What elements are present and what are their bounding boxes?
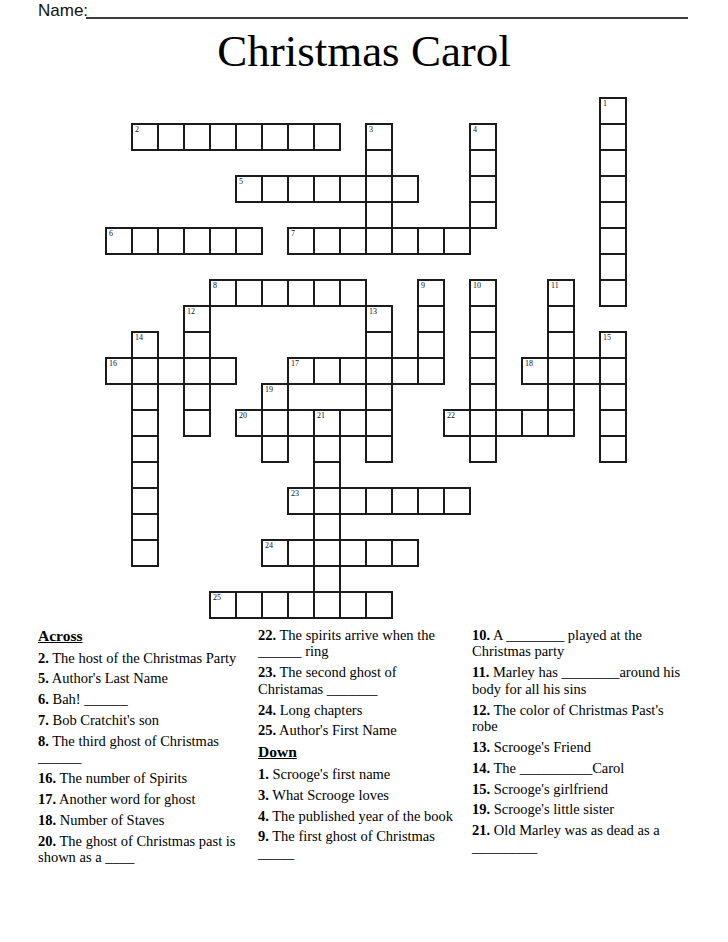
grid-cell[interactable] bbox=[391, 539, 419, 567]
grid-cell[interactable] bbox=[469, 331, 497, 359]
grid-cell[interactable] bbox=[599, 383, 627, 411]
grid-cell[interactable]: 19 bbox=[261, 383, 289, 411]
clue: 1. Scrooge's first name bbox=[258, 766, 463, 782]
grid-cell[interactable] bbox=[131, 539, 159, 567]
grid-cell[interactable] bbox=[313, 565, 341, 593]
clue: 2. The host of the Christmas Party bbox=[38, 650, 264, 666]
clue: 22. The spirits arrive when the ______ r… bbox=[258, 627, 463, 660]
clue-number: 13 bbox=[369, 307, 377, 317]
grid-cell[interactable] bbox=[417, 487, 445, 515]
crossword-grid: 1234567891011121314151617181920212223242… bbox=[105, 97, 629, 621]
clue-number: 18 bbox=[525, 359, 533, 369]
name-label: Name: bbox=[38, 1, 88, 21]
grid-cell[interactable] bbox=[157, 227, 185, 255]
grid-cell[interactable] bbox=[261, 435, 289, 463]
grid-cell[interactable] bbox=[339, 591, 367, 619]
grid-cell[interactable] bbox=[599, 201, 627, 229]
grid-cell[interactable] bbox=[365, 487, 393, 515]
grid-cell[interactable] bbox=[365, 227, 393, 255]
grid-cell[interactable] bbox=[339, 487, 367, 515]
grid-cell[interactable] bbox=[183, 123, 211, 151]
grid-cell[interactable] bbox=[131, 461, 159, 489]
clue-number: 3 bbox=[369, 125, 373, 135]
clue-number: 5 bbox=[239, 177, 243, 187]
clue-number: 6 bbox=[109, 229, 113, 239]
grid-cell[interactable] bbox=[417, 357, 445, 385]
grid-cell[interactable] bbox=[287, 175, 315, 203]
grid-cell[interactable]: 16 bbox=[105, 357, 133, 385]
clue-number: 12 bbox=[187, 307, 195, 317]
grid-cell[interactable] bbox=[365, 539, 393, 567]
page-title: Christmas Carol bbox=[0, 25, 728, 77]
grid-cell[interactable] bbox=[183, 409, 211, 437]
grid-cell[interactable] bbox=[313, 591, 341, 619]
clue: 12. The color of Christmas Past's robe bbox=[472, 702, 690, 735]
clue-number: 16 bbox=[109, 359, 117, 369]
grid-cell[interactable] bbox=[417, 227, 445, 255]
clue: 8. The third ghost of Christmas ______ bbox=[38, 733, 264, 766]
clue: 5. Author's Last Name bbox=[38, 670, 264, 686]
clue-number: 20 bbox=[239, 411, 247, 421]
grid-cell[interactable] bbox=[599, 123, 627, 151]
grid-cell[interactable] bbox=[313, 357, 341, 385]
grid-cell[interactable] bbox=[131, 487, 159, 515]
grid-cell[interactable] bbox=[209, 227, 237, 255]
grid-cell[interactable] bbox=[443, 487, 471, 515]
grid-cell[interactable]: 25 bbox=[209, 591, 237, 619]
clue: 19. Scrooge's little sister bbox=[472, 801, 690, 817]
grid-cell[interactable] bbox=[599, 435, 627, 463]
grid-cell[interactable] bbox=[157, 357, 185, 385]
clue-number: 25 bbox=[213, 593, 221, 603]
grid-cell[interactable] bbox=[469, 383, 497, 411]
grid-cell[interactable] bbox=[209, 357, 237, 385]
grid-cell[interactable] bbox=[417, 331, 445, 359]
grid-cell[interactable] bbox=[287, 539, 315, 567]
clue-number: 7 bbox=[291, 229, 295, 239]
grid-cell[interactable] bbox=[183, 331, 211, 359]
grid-cell[interactable] bbox=[287, 409, 315, 437]
clue-number: 23 bbox=[291, 489, 299, 499]
grid-cell[interactable] bbox=[313, 461, 341, 489]
grid-cell[interactable]: 18 bbox=[521, 357, 549, 385]
grid-cell[interactable] bbox=[365, 591, 393, 619]
clue: 23. The second ghost of Christamas _____… bbox=[258, 664, 463, 697]
grid-cell[interactable] bbox=[365, 409, 393, 437]
grid-cell[interactable]: 6 bbox=[105, 227, 133, 255]
grid-cell[interactable] bbox=[469, 435, 497, 463]
grid-cell[interactable] bbox=[365, 435, 393, 463]
grid-cell[interactable] bbox=[521, 409, 549, 437]
grid-cell[interactable] bbox=[313, 227, 341, 255]
grid-cell[interactable] bbox=[313, 435, 341, 463]
grid-cell[interactable]: 10 bbox=[469, 279, 497, 307]
grid-cell[interactable] bbox=[235, 227, 263, 255]
clue: 7. Bob Cratchit's son bbox=[38, 712, 264, 728]
grid-cell[interactable]: 15 bbox=[599, 331, 627, 359]
grid-cell[interactable]: 23 bbox=[287, 487, 315, 515]
clue-number: 15 bbox=[603, 333, 611, 343]
clue: 20. The ghost of Christmas past is shown… bbox=[38, 833, 264, 866]
grid-cell[interactable]: 21 bbox=[313, 409, 341, 437]
grid-cell[interactable] bbox=[469, 201, 497, 229]
grid-cell[interactable] bbox=[131, 409, 159, 437]
grid-cell[interactable]: 3 bbox=[365, 123, 393, 151]
grid-cell[interactable] bbox=[183, 383, 211, 411]
clue-number: 14 bbox=[135, 333, 143, 343]
grid-cell[interactable] bbox=[183, 227, 211, 255]
clue-number: 1 bbox=[603, 99, 607, 109]
clue: 18. Number of Staves bbox=[38, 812, 264, 828]
grid-cell[interactable] bbox=[235, 591, 263, 619]
grid-cell[interactable] bbox=[391, 227, 419, 255]
clue: 21. Old Marley was as dead as a ________… bbox=[472, 822, 690, 855]
grid-cell[interactable] bbox=[313, 487, 341, 515]
grid-cell[interactable] bbox=[131, 357, 159, 385]
clue: 14. The __________Carol bbox=[472, 760, 690, 776]
grid-cell[interactable] bbox=[131, 435, 159, 463]
grid-cell[interactable]: 7 bbox=[287, 227, 315, 255]
grid-cell[interactable] bbox=[365, 201, 393, 229]
grid-cell[interactable]: 12 bbox=[183, 305, 211, 333]
grid-cell[interactable] bbox=[547, 409, 575, 437]
grid-cell[interactable] bbox=[235, 279, 263, 307]
grid-cell[interactable] bbox=[391, 175, 419, 203]
clue: 6. Bah! ______ bbox=[38, 691, 264, 707]
grid-cell[interactable] bbox=[547, 383, 575, 411]
grid-cell[interactable]: 5 bbox=[235, 175, 263, 203]
clue: 25. Author's First Name bbox=[258, 722, 463, 738]
clue: 17. Another word for ghost bbox=[38, 791, 264, 807]
clue-number: 10 bbox=[473, 281, 481, 291]
grid-cell[interactable] bbox=[573, 357, 601, 385]
grid-cell[interactable] bbox=[599, 357, 627, 385]
clue-number: 17 bbox=[291, 359, 299, 369]
grid-cell[interactable]: 22 bbox=[443, 409, 471, 437]
grid-cell[interactable] bbox=[469, 149, 497, 177]
clue: 15. Scrooge's girlfriend bbox=[472, 781, 690, 797]
grid-cell[interactable] bbox=[365, 175, 393, 203]
grid-cell[interactable] bbox=[365, 357, 393, 385]
name-input-line[interactable] bbox=[86, 0, 688, 19]
clue: 11. Marley has ________around his body f… bbox=[472, 664, 690, 697]
grid-cell[interactable] bbox=[339, 175, 367, 203]
grid-cell[interactable] bbox=[365, 149, 393, 177]
grid-cell[interactable] bbox=[391, 487, 419, 515]
grid-cell[interactable] bbox=[261, 123, 289, 151]
clue-number: 4 bbox=[473, 125, 477, 135]
grid-cell[interactable] bbox=[261, 175, 289, 203]
grid-cell[interactable] bbox=[131, 513, 159, 541]
grid-cell[interactable] bbox=[157, 123, 185, 151]
grid-cell[interactable]: 20 bbox=[235, 409, 263, 437]
grid-cell[interactable]: 9 bbox=[417, 279, 445, 307]
grid-cell[interactable] bbox=[261, 279, 289, 307]
clue: 3. What Scrooge loves bbox=[258, 787, 463, 803]
clue: 9. The first ghost of Christmas _____ bbox=[258, 828, 463, 861]
grid-cell[interactable] bbox=[599, 175, 627, 203]
grid-cell[interactable] bbox=[183, 357, 211, 385]
clue: 4. The published year of the book bbox=[258, 808, 463, 824]
grid-cell[interactable] bbox=[417, 305, 445, 333]
grid-cell[interactable] bbox=[365, 383, 393, 411]
grid-cell[interactable] bbox=[313, 175, 341, 203]
clue-column-1: Across2. The host of the Christmas Party… bbox=[38, 627, 264, 870]
grid-cell[interactable] bbox=[599, 253, 627, 281]
grid-cell[interactable] bbox=[469, 175, 497, 203]
grid-cell[interactable]: 24 bbox=[261, 539, 289, 567]
grid-cell[interactable]: 4 bbox=[469, 123, 497, 151]
grid-cell[interactable]: 8 bbox=[209, 279, 237, 307]
grid-cell[interactable] bbox=[339, 227, 367, 255]
grid-cell[interactable] bbox=[313, 513, 341, 541]
grid-cell[interactable] bbox=[313, 123, 341, 151]
clue-number: 19 bbox=[265, 385, 273, 395]
clue: 16. The number of Spirits bbox=[38, 770, 264, 786]
grid-cell[interactable] bbox=[339, 409, 367, 437]
clue-number: 24 bbox=[265, 541, 273, 551]
clue-number: 8 bbox=[213, 281, 217, 291]
grid-cell[interactable] bbox=[261, 591, 289, 619]
grid-cell[interactable] bbox=[443, 227, 471, 255]
grid-cell[interactable] bbox=[599, 149, 627, 177]
down-header: Down bbox=[258, 743, 463, 761]
clue: 24. Long chapters bbox=[258, 702, 463, 718]
grid-cell[interactable] bbox=[469, 305, 497, 333]
grid-cell[interactable] bbox=[599, 409, 627, 437]
grid-cell[interactable] bbox=[469, 357, 497, 385]
grid-cell[interactable]: 17 bbox=[287, 357, 315, 385]
grid-cell[interactable]: 11 bbox=[547, 279, 575, 307]
clue-number: 9 bbox=[421, 281, 425, 291]
grid-cell[interactable]: 1 bbox=[599, 97, 627, 125]
grid-cell[interactable] bbox=[339, 539, 367, 567]
grid-cell[interactable] bbox=[287, 279, 315, 307]
grid-cell[interactable] bbox=[131, 383, 159, 411]
grid-cell[interactable] bbox=[495, 409, 523, 437]
grid-cell[interactable] bbox=[547, 331, 575, 359]
clue-column-2: 22. The spirits arrive when the ______ r… bbox=[258, 627, 463, 866]
grid-cell[interactable] bbox=[339, 279, 367, 307]
grid-cell[interactable]: 2 bbox=[131, 123, 159, 151]
grid-cell[interactable] bbox=[365, 331, 393, 359]
grid-cell[interactable] bbox=[287, 591, 315, 619]
grid-cell[interactable] bbox=[313, 279, 341, 307]
grid-cell[interactable] bbox=[547, 357, 575, 385]
grid-cell[interactable] bbox=[261, 409, 289, 437]
clue-number: 22 bbox=[447, 411, 455, 421]
grid-cell[interactable]: 14 bbox=[131, 331, 159, 359]
clue-number: 11 bbox=[551, 281, 559, 291]
across-header: Across bbox=[38, 627, 264, 645]
grid-cell[interactable] bbox=[131, 227, 159, 255]
grid-cell[interactable]: 13 bbox=[365, 305, 393, 333]
grid-cell[interactable] bbox=[235, 123, 263, 151]
grid-cell[interactable] bbox=[209, 123, 237, 151]
grid-cell[interactable] bbox=[391, 357, 419, 385]
grid-cell[interactable] bbox=[339, 357, 367, 385]
grid-cell[interactable] bbox=[599, 279, 627, 307]
grid-cell[interactable] bbox=[313, 539, 341, 567]
grid-cell[interactable] bbox=[469, 409, 497, 437]
grid-cell[interactable] bbox=[287, 123, 315, 151]
crossword-worksheet: Name: Christmas Carol 123456789101112131… bbox=[0, 0, 728, 942]
grid-cell[interactable] bbox=[547, 305, 575, 333]
clue: 10. A ________ played at the Christmas p… bbox=[472, 627, 690, 660]
clue-number: 2 bbox=[135, 125, 139, 135]
clue-number: 21 bbox=[317, 411, 325, 421]
clue: 13. Scrooge's Friend bbox=[472, 739, 690, 755]
grid-cell[interactable] bbox=[599, 227, 627, 255]
clue-column-3: 10. A ________ played at the Christmas p… bbox=[472, 627, 690, 860]
